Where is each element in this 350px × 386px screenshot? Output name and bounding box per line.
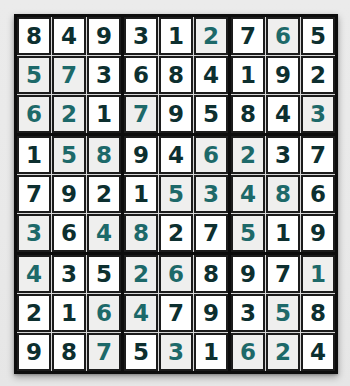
cell-r4c6[interactable]: 6 [194,136,228,174]
block-8: 268479531 [124,255,228,371]
cell-r9c9[interactable]: 4 [301,333,335,371]
digit: 9 [133,144,149,167]
cell-r8c1[interactable]: 2 [17,294,51,332]
digit: 6 [61,222,77,245]
block-5: 946153827 [124,136,228,252]
digit: 1 [310,263,326,286]
digit: 8 [310,302,326,325]
digit: 7 [96,341,112,364]
digit: 6 [96,302,112,325]
digit: 2 [26,302,42,325]
cell-r6c8[interactable]: 1 [266,214,300,252]
digit: 1 [203,341,219,364]
cell-r1c8[interactable]: 6 [266,17,300,55]
digit: 4 [310,341,326,364]
cell-r8c9[interactable]: 8 [301,294,335,332]
cell-r3c8[interactable]: 4 [266,95,300,133]
digit: 5 [240,222,256,245]
block-7: 435216987 [17,255,121,371]
block-3: 765192843 [231,17,335,133]
digit: 9 [96,25,112,48]
digit: 8 [61,341,77,364]
digit: 6 [240,341,256,364]
digit: 2 [275,341,291,364]
cell-r5c2[interactable]: 9 [52,175,86,213]
digit: 2 [203,25,219,48]
digit: 5 [61,144,77,167]
cell-r6c3[interactable]: 4 [87,214,121,252]
cell-r7c6[interactable]: 8 [194,255,228,293]
cell-r6c6[interactable]: 7 [194,214,228,252]
cell-r2c7[interactable]: 1 [231,56,265,94]
cell-r2c9[interactable]: 2 [301,56,335,94]
cell-r5c7[interactable]: 4 [231,175,265,213]
cell-r7c4[interactable]: 2 [124,255,158,293]
digit: 9 [26,341,42,364]
digit: 4 [203,64,219,87]
digit: 5 [203,103,219,126]
digit: 3 [61,263,77,286]
digit: 2 [61,103,77,126]
cell-r1c7[interactable]: 7 [231,17,265,55]
digit: 8 [203,263,219,286]
digit: 3 [275,144,291,167]
cell-r5c9[interactable]: 6 [301,175,335,213]
digit: 5 [133,341,149,364]
cell-r1c4[interactable]: 3 [124,17,158,55]
cell-r4c8[interactable]: 3 [266,136,300,174]
cell-r6c5[interactable]: 2 [159,214,193,252]
digit: 3 [96,64,112,87]
digit: 2 [96,183,112,206]
digit: 8 [275,183,291,206]
cell-r7c5[interactable]: 6 [159,255,193,293]
cell-r9c1[interactable]: 9 [17,333,51,371]
cell-r2c6[interactable]: 4 [194,56,228,94]
cell-r3c7[interactable]: 8 [231,95,265,133]
digit: 1 [61,302,77,325]
cell-r2c3[interactable]: 3 [87,56,121,94]
digit: 2 [168,222,184,245]
cell-r4c2[interactable]: 5 [52,136,86,174]
cell-r9c8[interactable]: 2 [266,333,300,371]
cell-r7c1[interactable]: 4 [17,255,51,293]
digit: 6 [310,183,326,206]
digit: 4 [61,25,77,48]
cell-r9c3[interactable]: 7 [87,333,121,371]
block-6: 237486519 [231,136,335,252]
digit: 1 [275,222,291,245]
cell-r1c2[interactable]: 4 [52,17,86,55]
cell-r4c4[interactable]: 9 [124,136,158,174]
digit: 7 [310,144,326,167]
cell-r3c9[interactable]: 3 [301,95,335,133]
cell-r9c7[interactable]: 6 [231,333,265,371]
cell-r9c5[interactable]: 3 [159,333,193,371]
digit: 6 [275,25,291,48]
cell-r4c1[interactable]: 1 [17,136,51,174]
digit: 1 [133,183,149,206]
cell-r2c4[interactable]: 6 [124,56,158,94]
cell-r6c7[interactable]: 5 [231,214,265,252]
digit: 4 [133,302,149,325]
cell-r8c7[interactable]: 3 [231,294,265,332]
digit: 7 [61,64,77,87]
cell-r4c9[interactable]: 7 [301,136,335,174]
digit: 8 [240,103,256,126]
digit: 1 [168,25,184,48]
cell-r8c2[interactable]: 1 [52,294,86,332]
cell-r9c6[interactable]: 1 [194,333,228,371]
digit: 9 [275,64,291,87]
digit: 8 [26,25,42,48]
digit: 7 [133,103,149,126]
cell-r2c5[interactable]: 8 [159,56,193,94]
cell-r8c5[interactable]: 7 [159,294,193,332]
cell-r5c5[interactable]: 5 [159,175,193,213]
cell-r4c3[interactable]: 8 [87,136,121,174]
digit: 2 [310,64,326,87]
digit: 7 [240,25,256,48]
digit: 7 [168,302,184,325]
digit: 4 [275,103,291,126]
digit: 1 [96,103,112,126]
cell-r7c2[interactable]: 3 [52,255,86,293]
cell-r3c1[interactable]: 6 [17,95,51,133]
block-1: 849573621 [17,17,121,133]
cell-r1c1[interactable]: 8 [17,17,51,55]
digit: 9 [310,222,326,245]
cell-r3c2[interactable]: 2 [52,95,86,133]
cell-r2c8[interactable]: 9 [266,56,300,94]
cell-r3c6[interactable]: 5 [194,95,228,133]
digit: 3 [240,302,256,325]
digit: 9 [168,103,184,126]
digit: 8 [96,144,112,167]
digit: 2 [240,144,256,167]
cell-r5c1[interactable]: 7 [17,175,51,213]
digit: 5 [26,64,42,87]
cell-r5c8[interactable]: 8 [266,175,300,213]
cell-r8c3[interactable]: 6 [87,294,121,332]
digit: 4 [240,183,256,206]
digit: 3 [203,183,219,206]
block-2: 312684795 [124,17,228,133]
cell-r7c9[interactable]: 1 [301,255,335,293]
digit: 5 [168,183,184,206]
cell-r3c5[interactable]: 9 [159,95,193,133]
cell-r1c6[interactable]: 2 [194,17,228,55]
cell-r4c7[interactable]: 2 [231,136,265,174]
digit: 6 [168,263,184,286]
block-9: 971358624 [231,255,335,371]
cell-r7c8[interactable]: 7 [266,255,300,293]
digit: 1 [26,144,42,167]
cell-r5c4[interactable]: 1 [124,175,158,213]
digit: 8 [168,64,184,87]
cell-r2c1[interactable]: 5 [17,56,51,94]
cell-r1c5[interactable]: 1 [159,17,193,55]
digit: 4 [168,144,184,167]
digit: 7 [203,222,219,245]
digit: 9 [203,302,219,325]
cell-r1c3[interactable]: 9 [87,17,121,55]
cell-r4c5[interactable]: 4 [159,136,193,174]
digit: 6 [203,144,219,167]
digit: 3 [26,222,42,245]
cell-r2c2[interactable]: 7 [52,56,86,94]
cell-r3c4[interactable]: 7 [124,95,158,133]
digit: 8 [133,222,149,245]
cell-r8c6[interactable]: 9 [194,294,228,332]
digit: 2 [133,263,149,286]
digit: 7 [275,263,291,286]
digit: 3 [133,25,149,48]
cell-r8c8[interactable]: 5 [266,294,300,332]
page: { "game": "sudoku", "board_size": 9, "po… [0,0,350,386]
digit: 1 [240,64,256,87]
cell-r6c4[interactable]: 8 [124,214,158,252]
digit: 9 [240,263,256,286]
digit: 4 [26,263,42,286]
digit: 3 [310,103,326,126]
cell-r6c1[interactable]: 3 [17,214,51,252]
block-4: 158792364 [17,136,121,252]
cell-r9c4[interactable]: 5 [124,333,158,371]
digit: 6 [133,64,149,87]
cell-r3c3[interactable]: 1 [87,95,121,133]
digit: 5 [310,25,326,48]
cell-r5c3[interactable]: 2 [87,175,121,213]
cell-r5c6[interactable]: 3 [194,175,228,213]
cell-r7c7[interactable]: 9 [231,255,265,293]
digit: 5 [96,263,112,286]
digit: 4 [96,222,112,245]
cell-r9c2[interactable]: 8 [52,333,86,371]
page-background: 8495736213126847957651928431587923649461… [0,0,350,386]
digit: 7 [26,183,42,206]
digit: 3 [168,341,184,364]
cell-r6c9[interactable]: 9 [301,214,335,252]
cell-r7c3[interactable]: 5 [87,255,121,293]
digit: 6 [26,103,42,126]
digit: 9 [61,183,77,206]
cell-r1c9[interactable]: 5 [301,17,335,55]
cell-r8c4[interactable]: 4 [124,294,158,332]
sudoku-board: 8495736213126847957651928431587923649461… [14,14,338,374]
cell-r6c2[interactable]: 6 [52,214,86,252]
digit: 5 [275,302,291,325]
